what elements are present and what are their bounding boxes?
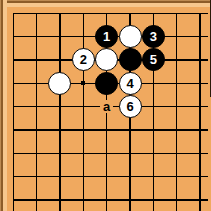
board-border-top-highlight [0, 3, 211, 7]
grid-line-v [59, 13, 60, 211]
stone-black-1: 1 [95, 25, 118, 48]
grid-line-v [199, 13, 200, 211]
grid-line-v [83, 13, 84, 211]
go-diagram: 132546a [0, 0, 211, 211]
stone-black-3: 3 [142, 25, 165, 48]
stone-white-6: 6 [119, 95, 142, 118]
grid-line-v [13, 13, 14, 211]
stone-white-2: 2 [72, 48, 95, 71]
go-board: 132546a [0, 0, 211, 211]
grid-line-h [13, 13, 208, 14]
stone-white-4: 4 [119, 72, 142, 95]
grid-line-h [13, 153, 208, 154]
point-label-a: a [100, 100, 113, 113]
stone-white [95, 48, 118, 71]
grid-line-h [13, 176, 208, 177]
star-point [81, 81, 85, 85]
board-border-left-highlight [3, 0, 7, 211]
stone-white [48, 72, 71, 95]
stone-black [95, 72, 118, 95]
grid-line-v [36, 13, 37, 211]
grid-line-v [176, 13, 177, 211]
grid-line-h [13, 199, 208, 200]
stone-white [119, 25, 142, 48]
adjacent-content-edge [210, 0, 211, 97]
grid-line-h [13, 129, 208, 130]
stone-black [119, 48, 142, 71]
stone-black-5: 5 [142, 48, 165, 71]
